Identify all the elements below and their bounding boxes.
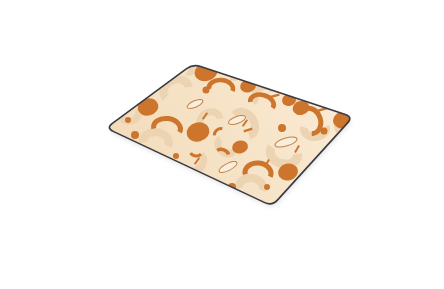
product-photo: [0, 0, 444, 289]
picnic-mat-illustration: [0, 0, 444, 289]
